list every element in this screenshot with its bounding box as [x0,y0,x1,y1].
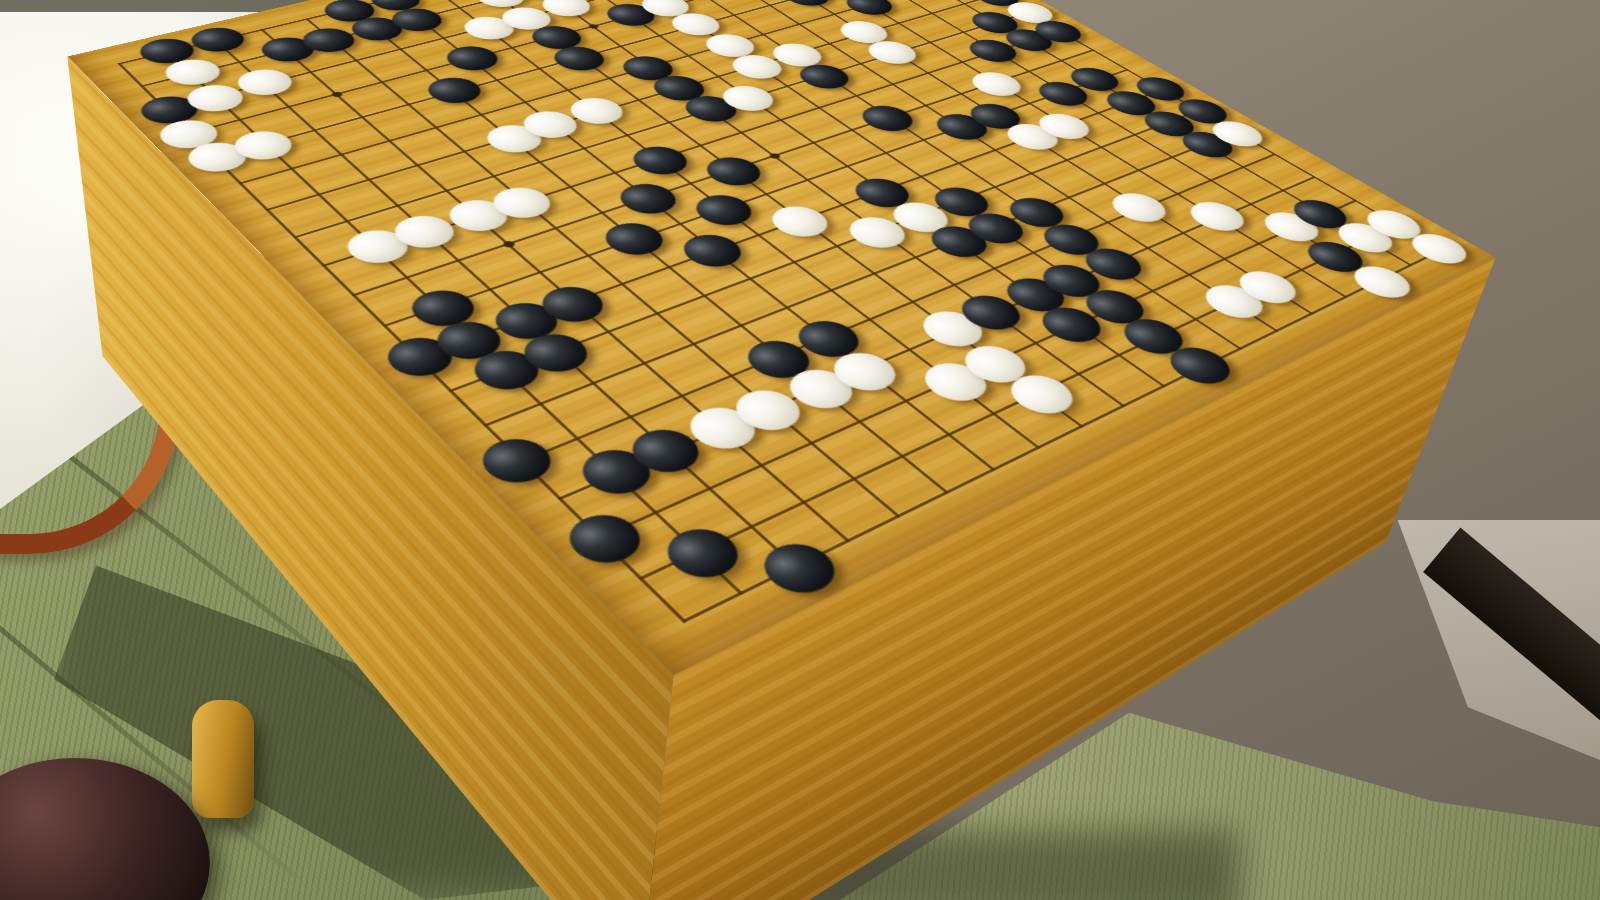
stone-black[interactable] [556,506,654,571]
goban-leg [192,700,254,818]
stone-black[interactable] [610,179,687,219]
photo-scene [0,0,1600,900]
stone-black[interactable] [653,520,751,586]
stone-black[interactable] [438,42,507,74]
stone-black[interactable] [420,74,492,108]
stone-white[interactable] [762,201,839,242]
stone-black[interactable] [623,142,697,180]
stone-black[interactable] [685,190,762,231]
stone-black[interactable] [750,535,848,602]
stone-black[interactable] [673,229,753,272]
stone-black[interactable] [595,218,674,261]
